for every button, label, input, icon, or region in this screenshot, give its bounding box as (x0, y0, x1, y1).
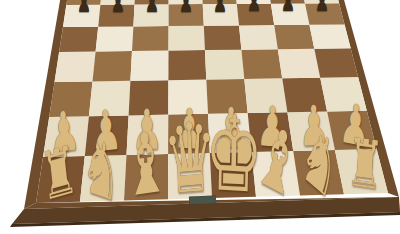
square-e5 (204, 25, 242, 50)
square-b4 (93, 51, 133, 81)
square-e3 (206, 79, 247, 114)
square-g4 (278, 49, 320, 79)
square-f5 (239, 25, 278, 50)
square-h6 (305, 3, 345, 25)
square-e4 (205, 50, 244, 80)
square-d3 (168, 80, 208, 115)
square-f7 (235, 0, 271, 4)
square-e1 (210, 152, 256, 198)
square-d5 (169, 26, 205, 51)
square-c1 (124, 154, 168, 201)
square-f2 (248, 112, 294, 152)
square-b3 (89, 81, 130, 116)
square-c2 (127, 115, 169, 155)
square-h7 (301, 0, 339, 4)
brand-plaque (189, 196, 216, 205)
square-g3 (282, 78, 327, 113)
square-g7 (268, 0, 305, 4)
square-d7 (169, 0, 203, 4)
square-c3 (129, 80, 169, 115)
square-c5 (132, 26, 169, 51)
square-b5 (96, 26, 134, 51)
square-a3 (49, 81, 92, 117)
square-a1 (36, 156, 85, 203)
square-e6 (203, 4, 239, 26)
square-g5 (274, 25, 314, 49)
square-f3 (244, 78, 287, 113)
square-h4 (314, 48, 358, 77)
square-a4 (55, 51, 96, 82)
square-c7 (135, 0, 169, 5)
square-d1 (168, 153, 212, 199)
square-b6 (98, 5, 134, 27)
square-f6 (237, 4, 274, 26)
square-d4 (168, 50, 206, 80)
square-a2 (43, 116, 89, 157)
square-g2 (287, 111, 335, 150)
square-b1 (80, 155, 127, 202)
square-a5 (59, 27, 98, 52)
square-b2 (85, 115, 129, 155)
square-d6 (169, 4, 204, 26)
square-a7 (66, 0, 102, 5)
square-e2 (208, 113, 252, 153)
square-c4 (130, 51, 168, 81)
square-a6 (63, 5, 100, 27)
square-e7 (202, 0, 237, 4)
chess-set-photo: ♜♞♝♛♚♝♞♜♟♟♟♟♟♟♟♟♟♟♟♟♟♟♟♟♜♞♝♛♚♝♞♜ (0, 0, 400, 234)
square-d2 (168, 114, 210, 154)
square-g6 (271, 4, 310, 26)
square-f4 (241, 49, 282, 79)
square-c6 (133, 4, 168, 26)
square-b7 (100, 0, 135, 5)
square-h5 (309, 25, 350, 49)
square-f1 (252, 151, 301, 197)
